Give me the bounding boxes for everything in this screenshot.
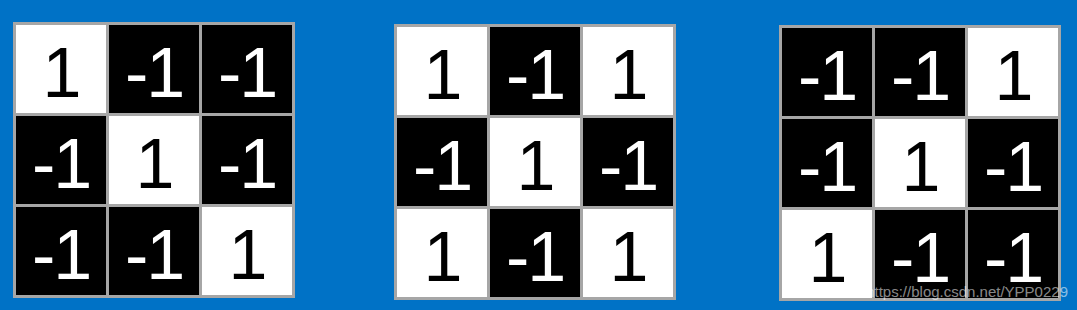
cell: 1: [968, 28, 1058, 116]
cell-value: 1: [136, 129, 173, 199]
cell: -1: [490, 209, 580, 297]
cell-value: 1: [229, 220, 266, 290]
cell: 1: [782, 210, 872, 298]
cell: -1: [202, 25, 292, 113]
cell: -1: [583, 118, 673, 206]
cell-value: -1: [984, 132, 1042, 202]
cell-value: -1: [506, 222, 564, 292]
cell-value: -1: [218, 129, 276, 199]
cell-value: -1: [125, 38, 183, 108]
cell-value: -1: [599, 131, 657, 201]
cell-value: -1: [798, 41, 856, 111]
cell: -1: [782, 28, 872, 116]
cell-value: -1: [891, 41, 949, 111]
cell-value: -1: [413, 131, 471, 201]
cell: -1: [397, 118, 487, 206]
cell-value: -1: [798, 132, 856, 202]
cell: -1: [16, 207, 106, 295]
cell-value: -1: [125, 220, 183, 290]
cell-value: 1: [424, 40, 461, 110]
cell-value: 1: [517, 131, 554, 201]
cell-value: 1: [809, 223, 846, 293]
cell: 1: [490, 118, 580, 206]
cell: 1: [109, 116, 199, 204]
cell-value: 1: [902, 132, 939, 202]
cell: -1: [109, 207, 199, 295]
cell: -1: [968, 119, 1058, 207]
cell: -1: [782, 119, 872, 207]
cell: 1: [397, 27, 487, 115]
cell-value: -1: [32, 220, 90, 290]
pattern-grid-2: 1-11-11-11-11: [394, 24, 676, 300]
cell-value: -1: [32, 129, 90, 199]
pattern-grid-3: -1-11-11-11-1-1: [779, 25, 1061, 301]
cell-value: 1: [424, 222, 461, 292]
cell: -1: [109, 25, 199, 113]
cell-value: 1: [610, 40, 647, 110]
watermark: https://blog.csdn.net/YPP0229: [866, 283, 1068, 300]
cell: 1: [202, 207, 292, 295]
cell-value: -1: [506, 40, 564, 110]
pattern-grid-1: 1-1-1-11-1-1-11: [13, 22, 295, 298]
cell: -1: [875, 28, 965, 116]
cell: -1: [490, 27, 580, 115]
cell-value: -1: [218, 38, 276, 108]
cell-value: 1: [610, 222, 647, 292]
cell: 1: [875, 119, 965, 207]
cell: 1: [16, 25, 106, 113]
cell: -1: [16, 116, 106, 204]
cell: -1: [202, 116, 292, 204]
cell-value: 1: [995, 41, 1032, 111]
cell-value: 1: [43, 38, 80, 108]
cell: 1: [583, 209, 673, 297]
cell: 1: [583, 27, 673, 115]
cell: 1: [397, 209, 487, 297]
